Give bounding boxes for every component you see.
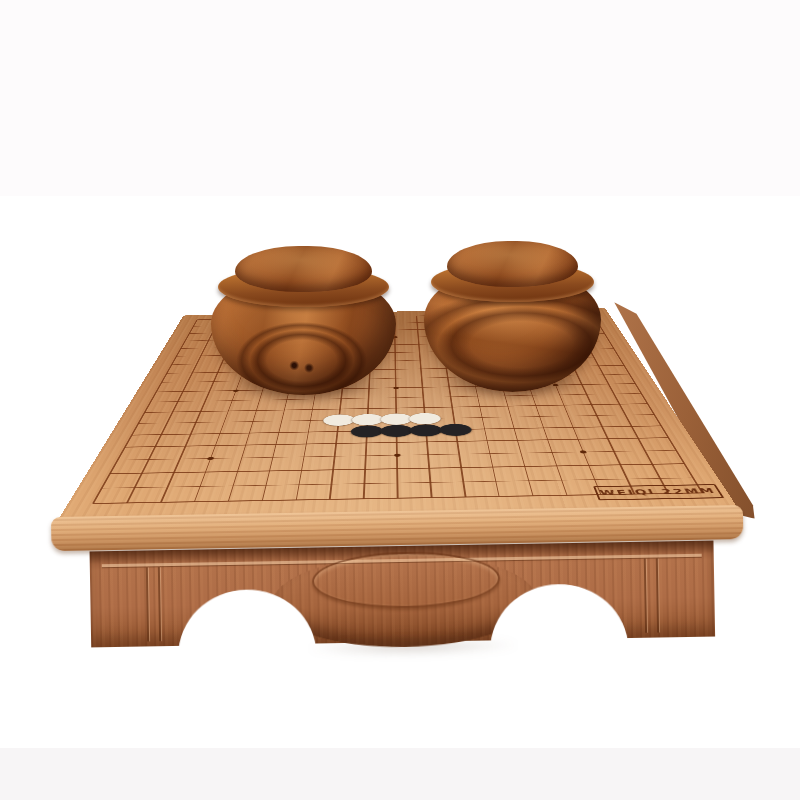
weiqi-table: ●●●●●●●● WEIQI 22MM (0, 0, 800, 800)
brand-label: WEIQI 22MM (593, 484, 724, 500)
bowl-lid (447, 241, 578, 287)
bowl-lid (235, 246, 372, 292)
table-base (90, 541, 716, 654)
floor-shadow (303, 638, 523, 656)
left-stone-bowl (211, 246, 396, 396)
star-point (207, 457, 214, 460)
right-stone-bowl (424, 241, 601, 393)
star-point (394, 454, 400, 457)
star-point (579, 450, 586, 453)
product-photo-scene: ●●●●●●●● WEIQI 22MM (0, 0, 800, 800)
